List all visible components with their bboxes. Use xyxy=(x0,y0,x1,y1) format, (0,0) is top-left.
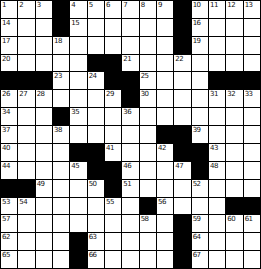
cell-r4c4[interactable] xyxy=(53,55,69,72)
cell-r2c6[interactable] xyxy=(88,19,104,36)
black-cell-r2c11 xyxy=(174,19,190,36)
cell-r7c6[interactable] xyxy=(88,108,104,125)
cell-r12c13[interactable] xyxy=(209,198,225,215)
cell-r5c12[interactable] xyxy=(192,72,208,89)
cell-r3c2[interactable] xyxy=(18,37,34,54)
cell-r8c7[interactable] xyxy=(105,126,121,143)
cell-r4c14[interactable] xyxy=(226,55,242,72)
cell-r11c8[interactable]: 51 xyxy=(122,180,138,197)
cell-r1c7[interactable]: 6 xyxy=(105,1,121,18)
black-cell-r5c1 xyxy=(1,72,17,89)
clue-number: 59 xyxy=(193,215,201,223)
clue-number: 42 xyxy=(158,144,166,152)
clue-number: 56 xyxy=(158,198,166,206)
cell-r4c8[interactable]: 21 xyxy=(122,55,138,72)
black-cell-r7c4 xyxy=(53,108,69,125)
cell-r15c8[interactable] xyxy=(122,251,138,268)
clue-number: 49 xyxy=(37,180,45,188)
black-cell-r5c13 xyxy=(209,72,225,89)
cell-r12c4[interactable] xyxy=(53,198,69,215)
cell-r3c1[interactable]: 17 xyxy=(1,37,17,54)
cell-r1c14[interactable]: 12 xyxy=(226,1,242,18)
cell-r11c3[interactable]: 49 xyxy=(36,180,52,197)
cell-r14c9[interactable] xyxy=(140,233,156,250)
cell-r13c7[interactable] xyxy=(105,215,121,232)
cell-r7c12[interactable] xyxy=(192,108,208,125)
cell-r3c4[interactable]: 18 xyxy=(53,37,69,54)
black-cell-r1c11 xyxy=(174,1,190,18)
cell-r13c12[interactable]: 59 xyxy=(192,215,208,232)
clue-number: 13 xyxy=(245,1,253,9)
black-cell-r6c8 xyxy=(122,90,138,107)
clue-number: 43 xyxy=(210,144,218,152)
black-cell-r5c7 xyxy=(105,72,121,89)
cell-r2c10[interactable] xyxy=(157,19,173,36)
cell-r4c1[interactable]: 20 xyxy=(1,55,17,72)
clue-number: 22 xyxy=(175,55,183,63)
black-cell-r9c6 xyxy=(88,144,104,161)
clue-number: 46 xyxy=(123,162,131,170)
clue-number: 54 xyxy=(19,198,27,206)
cell-r11c12[interactable]: 52 xyxy=(192,180,208,197)
clue-number: 20 xyxy=(2,55,10,63)
black-cell-r10c6 xyxy=(88,162,104,179)
clue-number: 30 xyxy=(141,90,149,98)
clue-number: 3 xyxy=(37,1,41,9)
cell-r8c12[interactable]: 39 xyxy=(192,126,208,143)
clue-number: 44 xyxy=(2,162,10,170)
cell-r8c3[interactable] xyxy=(36,126,52,143)
black-cell-r5c2 xyxy=(18,72,34,89)
cell-r4c5[interactable] xyxy=(70,55,86,72)
clue-number: 28 xyxy=(37,90,45,98)
clue-number: 36 xyxy=(123,108,131,116)
cell-r13c15[interactable]: 61 xyxy=(244,215,260,232)
cell-r10c10[interactable] xyxy=(157,162,173,179)
clue-number: 19 xyxy=(193,37,201,45)
cell-r10c5[interactable]: 45 xyxy=(70,162,86,179)
cell-r3c14[interactable] xyxy=(226,37,242,54)
cell-r9c8[interactable] xyxy=(122,144,138,161)
cell-r2c9[interactable] xyxy=(140,19,156,36)
cell-r7c13[interactable] xyxy=(209,108,225,125)
cell-r10c13[interactable]: 48 xyxy=(209,162,225,179)
clue-number: 52 xyxy=(193,180,201,188)
clue-number: 4 xyxy=(71,1,75,9)
cell-r4c9[interactable] xyxy=(140,55,156,72)
clue-number: 64 xyxy=(193,233,201,241)
clue-number: 21 xyxy=(123,55,131,63)
clue-number: 10 xyxy=(193,1,201,9)
cell-r2c7[interactable] xyxy=(105,19,121,36)
cell-r12c7[interactable]: 55 xyxy=(105,198,121,215)
black-cell-r11c1 xyxy=(1,180,17,197)
cell-r13c4[interactable] xyxy=(53,215,69,232)
clue-number: 24 xyxy=(89,72,97,80)
cell-r8c4[interactable]: 38 xyxy=(53,126,69,143)
cell-r11c6[interactable]: 50 xyxy=(88,180,104,197)
cell-r5c9[interactable]: 25 xyxy=(140,72,156,89)
cell-r8c8[interactable] xyxy=(122,126,138,143)
cell-r1c10[interactable]: 9 xyxy=(157,1,173,18)
cell-r9c9[interactable] xyxy=(140,144,156,161)
clue-number: 41 xyxy=(106,144,114,152)
cell-r7c14[interactable] xyxy=(226,108,242,125)
cell-r3c10[interactable] xyxy=(157,37,173,54)
cell-r5c5[interactable] xyxy=(70,72,86,89)
cell-r8c13[interactable] xyxy=(209,126,225,143)
clue-number: 5 xyxy=(89,1,93,9)
black-cell-r3c11 xyxy=(174,37,190,54)
cell-r7c5[interactable]: 35 xyxy=(70,108,86,125)
cell-r14c1[interactable]: 62 xyxy=(1,233,17,250)
black-cell-r4c6 xyxy=(88,55,104,72)
clue-number: 1 xyxy=(2,1,6,9)
cell-r5c6[interactable]: 24 xyxy=(88,72,104,89)
clue-number: 38 xyxy=(54,126,62,134)
cell-r1c3[interactable]: 3 xyxy=(36,1,52,18)
black-cell-r15c11 xyxy=(174,251,190,268)
cell-r9c1[interactable]: 40 xyxy=(1,144,17,161)
cell-r8c1[interactable]: 37 xyxy=(1,126,17,143)
cell-r15c3[interactable] xyxy=(36,251,52,268)
cell-r1c1[interactable]: 1 xyxy=(1,1,17,18)
cell-r9c2[interactable] xyxy=(18,144,34,161)
cell-r7c7[interactable] xyxy=(105,108,121,125)
cell-r10c14[interactable] xyxy=(226,162,242,179)
black-cell-r8c10 xyxy=(157,126,173,143)
cell-r8c15[interactable] xyxy=(244,126,260,143)
cell-r13c3[interactable] xyxy=(36,215,52,232)
cell-r6c6[interactable] xyxy=(88,90,104,107)
cell-r12c5[interactable] xyxy=(70,198,86,215)
cell-r14c6[interactable]: 63 xyxy=(88,233,104,250)
black-cell-r5c14 xyxy=(226,72,242,89)
cell-r12c1[interactable]: 53 xyxy=(1,198,17,215)
cell-r9c4[interactable] xyxy=(53,144,69,161)
cell-r14c13[interactable] xyxy=(209,233,225,250)
cell-r4c2[interactable] xyxy=(18,55,34,72)
cell-r10c1[interactable]: 44 xyxy=(1,162,17,179)
clue-number: 67 xyxy=(193,251,201,259)
cell-r8c2[interactable] xyxy=(18,126,34,143)
cell-r11c13[interactable] xyxy=(209,180,225,197)
cell-r3c5[interactable] xyxy=(70,37,86,54)
cell-r12c12[interactable] xyxy=(192,198,208,215)
cell-r12c11[interactable] xyxy=(174,198,190,215)
clue-number: 29 xyxy=(106,90,114,98)
cell-r8c14[interactable] xyxy=(226,126,242,143)
cell-r12c6[interactable] xyxy=(88,198,104,215)
crossword-grid: 1234567891011121314151617181920212223242… xyxy=(0,0,261,269)
cell-r5c11[interactable] xyxy=(174,72,190,89)
cell-r9c15[interactable] xyxy=(244,144,260,161)
cell-r12c3[interactable] xyxy=(36,198,52,215)
clue-number: 33 xyxy=(245,90,253,98)
cell-r14c7[interactable] xyxy=(105,233,121,250)
cell-r8c9[interactable] xyxy=(140,126,156,143)
clue-number: 39 xyxy=(193,126,201,134)
cell-r13c5[interactable] xyxy=(70,215,86,232)
cell-r5c4[interactable]: 23 xyxy=(53,72,69,89)
cell-r13c8[interactable] xyxy=(122,215,138,232)
cell-r7c3[interactable] xyxy=(36,108,52,125)
cell-r15c12[interactable]: 67 xyxy=(192,251,208,268)
cell-r13c14[interactable]: 60 xyxy=(226,215,242,232)
cell-r14c8[interactable] xyxy=(122,233,138,250)
cell-r13c9[interactable]: 58 xyxy=(140,215,156,232)
black-cell-r2c4 xyxy=(53,19,69,36)
cell-r2c14[interactable] xyxy=(226,19,242,36)
cell-r3c15[interactable] xyxy=(244,37,260,54)
black-cell-r13c11 xyxy=(174,215,190,232)
cell-r4c3[interactable] xyxy=(36,55,52,72)
black-cell-r10c7 xyxy=(105,162,121,179)
clue-number: 18 xyxy=(54,37,62,45)
black-cell-r14c11 xyxy=(174,233,190,250)
cell-r10c9[interactable] xyxy=(140,162,156,179)
cell-r10c4[interactable] xyxy=(53,162,69,179)
black-cell-r5c15 xyxy=(244,72,260,89)
clue-number: 58 xyxy=(141,215,149,223)
cell-r3c12[interactable]: 19 xyxy=(192,37,208,54)
cell-r2c5[interactable]: 15 xyxy=(70,19,86,36)
clue-number: 34 xyxy=(2,108,10,116)
cell-r2c2[interactable] xyxy=(18,19,34,36)
cell-r10c3[interactable] xyxy=(36,162,52,179)
clue-number: 45 xyxy=(71,162,79,170)
black-cell-r14c5 xyxy=(70,233,86,250)
clue-number: 55 xyxy=(106,198,114,206)
black-cell-r11c2 xyxy=(18,180,34,197)
cell-r14c12[interactable]: 64 xyxy=(192,233,208,250)
clue-number: 25 xyxy=(141,72,149,80)
cell-r9c3[interactable] xyxy=(36,144,52,161)
cell-r3c7[interactable] xyxy=(105,37,121,54)
cell-r14c4[interactable] xyxy=(53,233,69,250)
cell-r14c2[interactable] xyxy=(18,233,34,250)
black-cell-r12c15 xyxy=(244,198,260,215)
cell-r4c12[interactable] xyxy=(192,55,208,72)
clue-number: 61 xyxy=(245,215,253,223)
black-cell-r5c8 xyxy=(122,72,138,89)
cell-r13c13[interactable] xyxy=(209,215,225,232)
clue-number: 65 xyxy=(2,251,10,259)
cell-r7c2[interactable] xyxy=(18,108,34,125)
clue-number: 31 xyxy=(210,90,218,98)
cell-r15c6[interactable]: 66 xyxy=(88,251,104,268)
cell-r7c15[interactable] xyxy=(244,108,260,125)
cell-r15c2[interactable] xyxy=(18,251,34,268)
cell-r6c11[interactable] xyxy=(174,90,190,107)
cell-r14c10[interactable] xyxy=(157,233,173,250)
clue-number: 40 xyxy=(2,144,10,152)
cell-r5c10[interactable] xyxy=(157,72,173,89)
clue-number: 47 xyxy=(175,162,183,170)
cell-r1c6[interactable]: 5 xyxy=(88,1,104,18)
cell-r15c15[interactable] xyxy=(244,251,260,268)
cell-r12c10[interactable]: 56 xyxy=(157,198,173,215)
clue-number: 7 xyxy=(123,1,127,9)
clue-number: 50 xyxy=(89,180,97,188)
clue-number: 57 xyxy=(2,215,10,223)
cell-r2c1[interactable]: 14 xyxy=(1,19,17,36)
cell-r1c8[interactable]: 7 xyxy=(122,1,138,18)
cell-r11c14[interactable] xyxy=(226,180,242,197)
cell-r9c7[interactable]: 41 xyxy=(105,144,121,161)
clue-number: 27 xyxy=(19,90,27,98)
cell-r13c10[interactable] xyxy=(157,215,173,232)
clue-number: 8 xyxy=(141,1,145,9)
cell-r11c15[interactable] xyxy=(244,180,260,197)
clue-number: 23 xyxy=(54,72,62,80)
clue-number: 17 xyxy=(2,37,10,45)
cell-r14c15[interactable] xyxy=(244,233,260,250)
cell-r6c1[interactable]: 26 xyxy=(1,90,17,107)
black-cell-r9c11 xyxy=(174,144,190,161)
cell-r15c9[interactable] xyxy=(140,251,156,268)
cell-r3c3[interactable] xyxy=(36,37,52,54)
cell-r2c13[interactable] xyxy=(209,19,225,36)
black-cell-r5c3 xyxy=(36,72,52,89)
cell-r4c10[interactable] xyxy=(157,55,173,72)
black-cell-r11c7 xyxy=(105,180,121,197)
clue-number: 35 xyxy=(71,108,79,116)
cell-r1c5[interactable]: 4 xyxy=(70,1,86,18)
black-cell-r12c9 xyxy=(140,198,156,215)
cell-r2c12[interactable]: 16 xyxy=(192,19,208,36)
clue-number: 14 xyxy=(2,19,10,27)
cell-r11c10[interactable] xyxy=(157,180,173,197)
cell-r3c6[interactable] xyxy=(88,37,104,54)
cell-r6c4[interactable] xyxy=(53,90,69,107)
cell-r7c10[interactable] xyxy=(157,108,173,125)
clue-number: 60 xyxy=(227,215,235,223)
cell-r7c8[interactable]: 36 xyxy=(122,108,138,125)
cell-r4c15[interactable] xyxy=(244,55,260,72)
cell-r7c11[interactable] xyxy=(174,108,190,125)
black-cell-r8c11 xyxy=(174,126,190,143)
cell-r7c1[interactable]: 34 xyxy=(1,108,17,125)
cell-r9c14[interactable] xyxy=(226,144,242,161)
cell-r15c13[interactable] xyxy=(209,251,225,268)
cell-r6c9[interactable]: 30 xyxy=(140,90,156,107)
cell-r10c15[interactable] xyxy=(244,162,260,179)
cell-r11c11[interactable] xyxy=(174,180,190,197)
clue-number: 26 xyxy=(2,90,10,98)
clue-number: 62 xyxy=(2,233,10,241)
cell-r11c9[interactable] xyxy=(140,180,156,197)
cell-r9c10[interactable]: 42 xyxy=(157,144,173,161)
clue-number: 16 xyxy=(193,19,201,27)
cell-r6c12[interactable] xyxy=(192,90,208,107)
cell-r3c9[interactable] xyxy=(140,37,156,54)
cell-r3c8[interactable] xyxy=(122,37,138,54)
clue-number: 51 xyxy=(123,180,131,188)
clue-number: 66 xyxy=(89,251,97,259)
cell-r1c15[interactable]: 13 xyxy=(244,1,260,18)
cell-r2c8[interactable] xyxy=(122,19,138,36)
clue-number: 32 xyxy=(227,90,235,98)
cell-r11c4[interactable] xyxy=(53,180,69,197)
clue-number: 12 xyxy=(227,1,235,9)
clue-number: 9 xyxy=(158,1,162,9)
clue-number: 15 xyxy=(71,19,79,27)
cell-r15c7[interactable] xyxy=(105,251,121,268)
cell-r6c14[interactable]: 32 xyxy=(226,90,242,107)
cell-r12c2[interactable]: 54 xyxy=(18,198,34,215)
black-cell-r15c5 xyxy=(70,251,86,268)
cell-r10c11[interactable]: 47 xyxy=(174,162,190,179)
cell-r1c2[interactable]: 2 xyxy=(18,1,34,18)
cell-r10c8[interactable]: 46 xyxy=(122,162,138,179)
cell-r8c5[interactable] xyxy=(70,126,86,143)
black-cell-r9c12 xyxy=(192,144,208,161)
cell-r15c14[interactable] xyxy=(226,251,242,268)
cell-r1c9[interactable]: 8 xyxy=(140,1,156,18)
black-cell-r12c14 xyxy=(226,198,242,215)
cell-r13c2[interactable] xyxy=(18,215,34,232)
cell-r6c5[interactable] xyxy=(70,90,86,107)
clue-number: 11 xyxy=(210,1,218,9)
cell-r3c13[interactable] xyxy=(209,37,225,54)
cell-r9c13[interactable]: 43 xyxy=(209,144,225,161)
clue-number: 6 xyxy=(106,1,110,9)
cell-r15c10[interactable] xyxy=(157,251,173,268)
cell-r6c2[interactable]: 27 xyxy=(18,90,34,107)
cell-r6c3[interactable]: 28 xyxy=(36,90,52,107)
cell-r8c6[interactable] xyxy=(88,126,104,143)
cell-r6c7[interactable]: 29 xyxy=(105,90,121,107)
cell-r2c15[interactable] xyxy=(244,19,260,36)
cell-r4c13[interactable] xyxy=(209,55,225,72)
cell-r6c10[interactable] xyxy=(157,90,173,107)
cell-r15c1[interactable]: 65 xyxy=(1,251,17,268)
cell-r13c6[interactable] xyxy=(88,215,104,232)
clue-number: 63 xyxy=(89,233,97,241)
cell-r14c14[interactable] xyxy=(226,233,242,250)
cell-r14c3[interactable] xyxy=(36,233,52,250)
cell-r6c15[interactable]: 33 xyxy=(244,90,260,107)
clue-number: 53 xyxy=(2,198,10,206)
cell-r11c5[interactable] xyxy=(70,180,86,197)
clue-number: 2 xyxy=(19,1,23,9)
cell-r1c12[interactable]: 10 xyxy=(192,1,208,18)
clue-number: 48 xyxy=(210,162,218,170)
cell-r12c8[interactable] xyxy=(122,198,138,215)
cell-r1c13[interactable]: 11 xyxy=(209,1,225,18)
cell-r7c9[interactable] xyxy=(140,108,156,125)
cell-r15c4[interactable] xyxy=(53,251,69,268)
clue-number: 37 xyxy=(2,126,10,134)
cell-r4c11[interactable]: 22 xyxy=(174,55,190,72)
cell-r2c3[interactable] xyxy=(36,19,52,36)
cell-r13c1[interactable]: 57 xyxy=(1,215,17,232)
black-cell-r1c4 xyxy=(53,1,69,18)
black-cell-r10c12 xyxy=(192,162,208,179)
cell-r10c2[interactable] xyxy=(18,162,34,179)
black-cell-r4c7 xyxy=(105,55,121,72)
black-cell-r9c5 xyxy=(70,144,86,161)
cell-r6c13[interactable]: 31 xyxy=(209,90,225,107)
